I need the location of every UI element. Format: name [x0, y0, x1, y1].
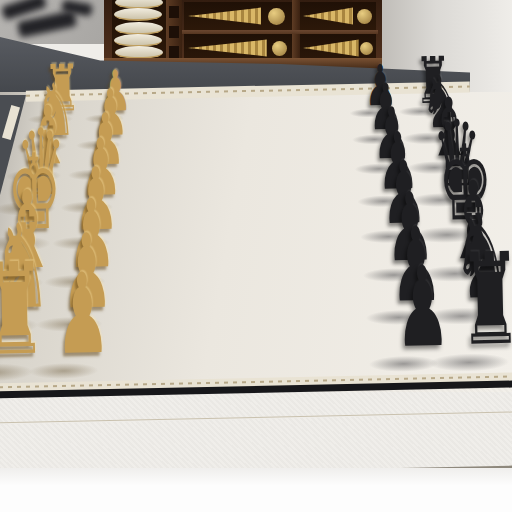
piece-white-rook-h1[interactable]: ♜ — [0, 246, 47, 373]
board-tilt-group: ♜♟♟♜♞♟♟♞♝♟♟♝♛♟♟♛♚♟♟♚♝♟♟♝♞♟♟♞♜♟♟♜ — [0, 0, 512, 512]
table-surface — [0, 468, 512, 512]
piece-black-pawn-h7[interactable]: ♟ — [394, 253, 452, 365]
piece-black-rook-h8[interactable]: ♜ — [458, 236, 512, 363]
piece-white-pawn-h2[interactable]: ♟ — [54, 260, 112, 372]
chess-set-product-photo: ♜♟♟♜♞♟♟♞♝♟♟♝♛♟♟♛♚♟♟♚♝♟♟♝♞♟♟♞♜♟♟♜ — [0, 0, 512, 512]
